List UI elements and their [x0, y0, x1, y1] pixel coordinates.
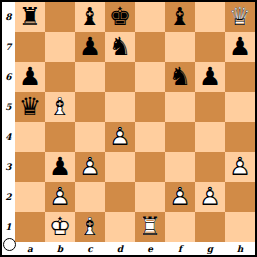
- square-e3[interactable]: [135, 152, 165, 182]
- square-h5[interactable]: [225, 92, 255, 122]
- square-b3[interactable]: ♟: [45, 152, 75, 182]
- square-h3[interactable]: ♟♙: [225, 152, 255, 182]
- file-label-b: b: [45, 242, 75, 255]
- square-f1[interactable]: [165, 212, 195, 242]
- rank-label-3: 3: [2, 152, 15, 182]
- black-rook-a8[interactable]: ♜: [15, 2, 45, 32]
- square-e2[interactable]: [135, 182, 165, 212]
- file-labels-row: abcdefgh: [2, 242, 255, 255]
- square-e4[interactable]: [135, 122, 165, 152]
- file-labels: abcdefgh: [15, 242, 255, 255]
- white-pawn-h3[interactable]: ♟♙: [225, 152, 255, 182]
- black-bishop-c8[interactable]: ♝: [75, 2, 105, 32]
- square-a7[interactable]: [15, 32, 45, 62]
- rank-label-4: 4: [2, 122, 15, 152]
- rank-label-5: 5: [2, 92, 15, 122]
- file-label-e: e: [135, 242, 165, 255]
- square-h8[interactable]: ♛♕: [225, 2, 255, 32]
- piece-outline: ♔: [45, 212, 75, 242]
- square-c5[interactable]: [75, 92, 105, 122]
- rank-labels: 87654321: [2, 2, 15, 242]
- square-b8[interactable]: [45, 2, 75, 32]
- square-h6[interactable]: [225, 62, 255, 92]
- piece-outline: ♙: [195, 182, 225, 212]
- square-b2[interactable]: ♟♙: [45, 182, 75, 212]
- black-bishop-f8[interactable]: ♝: [165, 2, 195, 32]
- white-bishop-c1[interactable]: ♝♗: [75, 212, 105, 242]
- square-g1[interactable]: [195, 212, 225, 242]
- square-c8[interactable]: ♝: [75, 2, 105, 32]
- square-a4[interactable]: [15, 122, 45, 152]
- square-f8[interactable]: ♝: [165, 2, 195, 32]
- square-d1[interactable]: [105, 212, 135, 242]
- file-label-c: c: [75, 242, 105, 255]
- square-d6[interactable]: [105, 62, 135, 92]
- white-king-b1[interactable]: ♚♔: [45, 212, 75, 242]
- piece-outline: ♗: [45, 92, 75, 122]
- black-pawn-a6[interactable]: ♟: [15, 62, 45, 92]
- piece-outline: ♙: [105, 122, 135, 152]
- square-g6[interactable]: ♟: [195, 62, 225, 92]
- white-pawn-f2[interactable]: ♟♙: [165, 182, 195, 212]
- white-pawn-d4[interactable]: ♟♙: [105, 122, 135, 152]
- square-h7[interactable]: ♟: [225, 32, 255, 62]
- square-d7[interactable]: ♞: [105, 32, 135, 62]
- square-g7[interactable]: [195, 32, 225, 62]
- white-pawn-g2[interactable]: ♟♙: [195, 182, 225, 212]
- square-c1[interactable]: ♝♗: [75, 212, 105, 242]
- square-e7[interactable]: [135, 32, 165, 62]
- white-bishop-b5[interactable]: ♝♗: [45, 92, 75, 122]
- square-b4[interactable]: [45, 122, 75, 152]
- piece-outline: ♙: [75, 152, 105, 182]
- square-d8[interactable]: ♚: [105, 2, 135, 32]
- rank-label-2: 2: [2, 182, 15, 212]
- piece-outline: ♙: [225, 152, 255, 182]
- square-g2[interactable]: ♟♙: [195, 182, 225, 212]
- white-queen-h8[interactable]: ♛♕: [225, 2, 255, 32]
- white-rook-e1[interactable]: ♜♖: [135, 212, 165, 242]
- square-f7[interactable]: [165, 32, 195, 62]
- square-h1[interactable]: [225, 212, 255, 242]
- black-king-d8[interactable]: ♚: [105, 2, 135, 32]
- piece-outline: ♖: [135, 212, 165, 242]
- piece-outline: ♙: [165, 182, 195, 212]
- square-c2[interactable]: [75, 182, 105, 212]
- square-e1[interactable]: ♜♖: [135, 212, 165, 242]
- square-d4[interactable]: ♟♙: [105, 122, 135, 152]
- square-d3[interactable]: [105, 152, 135, 182]
- square-b5[interactable]: ♝♗: [45, 92, 75, 122]
- square-f2[interactable]: ♟♙: [165, 182, 195, 212]
- file-label-a: a: [15, 242, 45, 255]
- square-g8[interactable]: [195, 2, 225, 32]
- square-g5[interactable]: [195, 92, 225, 122]
- piece-outline: ♕: [225, 2, 255, 32]
- square-c6[interactable]: [75, 62, 105, 92]
- black-queen-a5[interactable]: ♛: [15, 92, 45, 122]
- square-f3[interactable]: [165, 152, 195, 182]
- rank-label-6: 6: [2, 62, 15, 92]
- square-c7[interactable]: ♟: [75, 32, 105, 62]
- file-label-g: g: [195, 242, 225, 255]
- square-e6[interactable]: [135, 62, 165, 92]
- chess-diagram: 87654321 ♜♝♚♝♛♕♟♞♟♟♞♟♛♝♗♟♙♟♟♙♟♙♟♙♟♙♟♙♚♔♝…: [0, 0, 257, 257]
- square-a5[interactable]: ♛: [15, 92, 45, 122]
- square-f4[interactable]: [165, 122, 195, 152]
- black-pawn-g6[interactable]: ♟: [195, 62, 225, 92]
- white-pawn-b2[interactable]: ♟♙: [45, 182, 75, 212]
- square-b1[interactable]: ♚♔: [45, 212, 75, 242]
- square-g4[interactable]: [195, 122, 225, 152]
- file-label-h: h: [225, 242, 255, 255]
- square-c4[interactable]: [75, 122, 105, 152]
- chess-board[interactable]: ♜♝♚♝♛♕♟♞♟♟♞♟♛♝♗♟♙♟♟♙♟♙♟♙♟♙♟♙♚♔♝♗♜♖: [15, 2, 255, 242]
- square-a1[interactable]: [15, 212, 45, 242]
- rank-label-8: 8: [2, 2, 15, 32]
- file-label-d: d: [105, 242, 135, 255]
- file-label-f: f: [165, 242, 195, 255]
- piece-outline: ♗: [75, 212, 105, 242]
- square-a8[interactable]: ♜: [15, 2, 45, 32]
- square-e8[interactable]: [135, 2, 165, 32]
- black-knight-f6[interactable]: ♞: [165, 62, 195, 92]
- black-pawn-h7[interactable]: ♟: [225, 32, 255, 62]
- square-a3[interactable]: [15, 152, 45, 182]
- square-e5[interactable]: [135, 92, 165, 122]
- square-a6[interactable]: ♟: [15, 62, 45, 92]
- black-pawn-b3[interactable]: ♟: [45, 152, 75, 182]
- piece-outline: ♙: [45, 182, 75, 212]
- rank-label-7: 7: [2, 32, 15, 62]
- black-knight-d7[interactable]: ♞: [105, 32, 135, 62]
- black-pawn-c7[interactable]: ♟: [75, 32, 105, 62]
- square-d2[interactable]: [105, 182, 135, 212]
- square-d5[interactable]: [105, 92, 135, 122]
- square-b7[interactable]: [45, 32, 75, 62]
- square-g3[interactable]: [195, 152, 225, 182]
- square-b6[interactable]: [45, 62, 75, 92]
- square-h4[interactable]: [225, 122, 255, 152]
- square-f5[interactable]: [165, 92, 195, 122]
- white-pawn-c3[interactable]: ♟♙: [75, 152, 105, 182]
- square-h2[interactable]: [225, 182, 255, 212]
- square-f6[interactable]: ♞: [165, 62, 195, 92]
- square-a2[interactable]: [15, 182, 45, 212]
- square-c3[interactable]: ♟♙: [75, 152, 105, 182]
